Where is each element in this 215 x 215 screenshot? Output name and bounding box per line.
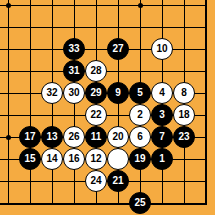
stone-P2: 21 [107, 170, 129, 192]
stone-L4: 17 [19, 126, 41, 148]
stone-M3: 14 [41, 148, 63, 170]
stone-S5: 18 [173, 104, 195, 126]
go-board: 1234567891011121314151617181920212223242… [0, 0, 215, 215]
stone-R4: 7 [151, 126, 173, 148]
stone-O3: 12 [85, 148, 107, 170]
grid-line-v [30, 0, 31, 205]
stone-O2: 24 [85, 170, 107, 192]
stone-O5: 22 [85, 104, 107, 126]
star-point [6, 135, 11, 140]
grid-line-h [0, 5, 207, 6]
stone-Q3: 19 [129, 148, 151, 170]
stone-Q1: 25 [129, 192, 151, 214]
stone-N3: 16 [63, 148, 85, 170]
stone-S6: 8 [173, 82, 195, 104]
grid-line-h [0, 49, 207, 50]
grid-line-h [0, 27, 207, 28]
stone-Q4: 6 [129, 126, 151, 148]
stone-M4: 13 [41, 126, 63, 148]
board-edge-right [205, 0, 207, 205]
stone-O6: 29 [85, 82, 107, 104]
stone-N7: 31 [63, 60, 85, 82]
stone-P6: 9 [107, 82, 129, 104]
board-edge-bottom [0, 203, 207, 205]
stone-P4: 20 [107, 126, 129, 148]
stone-S4: 23 [173, 126, 195, 148]
stone-Q6: 5 [129, 82, 151, 104]
stone-R8: 10 [151, 38, 173, 60]
stone-M6: 32 [41, 82, 63, 104]
stone-Q5: 2 [129, 104, 151, 126]
stone-P8: 27 [107, 38, 129, 60]
stone-N8: 33 [63, 38, 85, 60]
star-point [6, 3, 11, 8]
stone-R3: 1 [151, 148, 173, 170]
stone-L3: 15 [19, 148, 41, 170]
stone-O4: 11 [85, 126, 107, 148]
stone-N4: 26 [63, 126, 85, 148]
grid-line-v [8, 0, 9, 205]
stone-R5: 3 [151, 104, 173, 126]
stone-N6: 30 [63, 82, 85, 104]
stone-O7: 28 [85, 60, 107, 82]
stone-R6: 4 [151, 82, 173, 104]
stone-P3 [107, 148, 129, 170]
star-point [138, 3, 143, 8]
